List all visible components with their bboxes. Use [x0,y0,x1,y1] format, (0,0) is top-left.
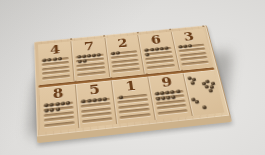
bead[interactable] [92,98,96,102]
bead[interactable] [145,53,149,56]
bead[interactable] [97,53,101,56]
groove [82,117,113,123]
loose-bead[interactable] [191,81,196,85]
groove [120,113,151,119]
loose-bead[interactable] [194,100,199,104]
bead[interactable] [164,46,168,49]
bead-grooves [142,45,176,73]
bead[interactable] [170,90,175,94]
bead-grooves [75,51,107,80]
bead[interactable] [55,102,59,106]
bead[interactable] [175,89,180,93]
bead[interactable] [48,58,52,62]
bead[interactable] [188,44,192,47]
bead[interactable] [50,103,54,107]
groove [44,121,75,127]
bead[interactable] [166,95,171,99]
bead[interactable] [87,54,91,57]
bead[interactable] [150,48,154,51]
loose-bead[interactable] [202,105,207,109]
groove [147,64,175,69]
bead[interactable] [111,52,115,55]
bead[interactable] [155,92,160,96]
groove [181,60,209,65]
number-tile-3[interactable]: 3 [170,29,212,71]
bead[interactable] [97,98,101,102]
bead[interactable] [160,47,164,50]
bead[interactable] [55,107,59,111]
bead[interactable] [92,54,96,57]
bead[interactable] [103,97,107,101]
bead-grooves [116,91,152,123]
bead[interactable] [82,59,86,63]
number-tile-5[interactable]: 5 [75,80,117,128]
bead[interactable] [160,91,165,95]
groove [157,109,187,115]
counting-board: 472638519 [34,25,232,143]
loose-bead[interactable] [208,89,213,93]
bead[interactable] [118,95,123,99]
bead[interactable] [82,99,86,103]
loose-bead[interactable] [210,82,215,86]
board-perspective-wrap: 472638519 [34,25,232,148]
number-tile-4[interactable]: 4 [38,41,74,84]
bead[interactable] [77,55,81,59]
bead[interactable] [161,96,166,100]
bead[interactable] [77,59,81,63]
bead[interactable] [155,47,159,50]
bead[interactable] [165,91,170,95]
bead[interactable] [145,48,149,51]
groove [112,67,140,72]
bead-grooves [109,48,142,76]
bead[interactable] [58,57,62,61]
bead-grooves [42,99,76,131]
bead[interactable] [60,102,64,106]
bead[interactable] [82,55,86,59]
bead[interactable] [43,58,47,62]
number-tile-8[interactable]: 8 [40,84,79,132]
groove [77,71,105,76]
loose-bead[interactable] [205,80,210,84]
board-grid: 472638519 [38,29,224,133]
bead[interactable] [45,108,49,112]
bead[interactable] [50,107,54,111]
bead[interactable] [116,51,120,54]
bead-grooves [176,41,211,69]
bead[interactable] [44,103,48,107]
bead[interactable] [87,99,91,103]
bead[interactable] [156,96,161,100]
number-tile-7[interactable]: 7 [71,38,109,81]
photo-scene: 472638519 [0,0,265,155]
bead[interactable] [171,95,176,99]
bead[interactable] [66,101,70,105]
bead[interactable] [53,57,57,61]
bead[interactable] [178,45,182,48]
bead-grooves [152,87,189,118]
bead-grooves [79,95,114,127]
bead-grooves [40,55,71,84]
groove [42,74,70,79]
bead[interactable] [183,45,187,48]
